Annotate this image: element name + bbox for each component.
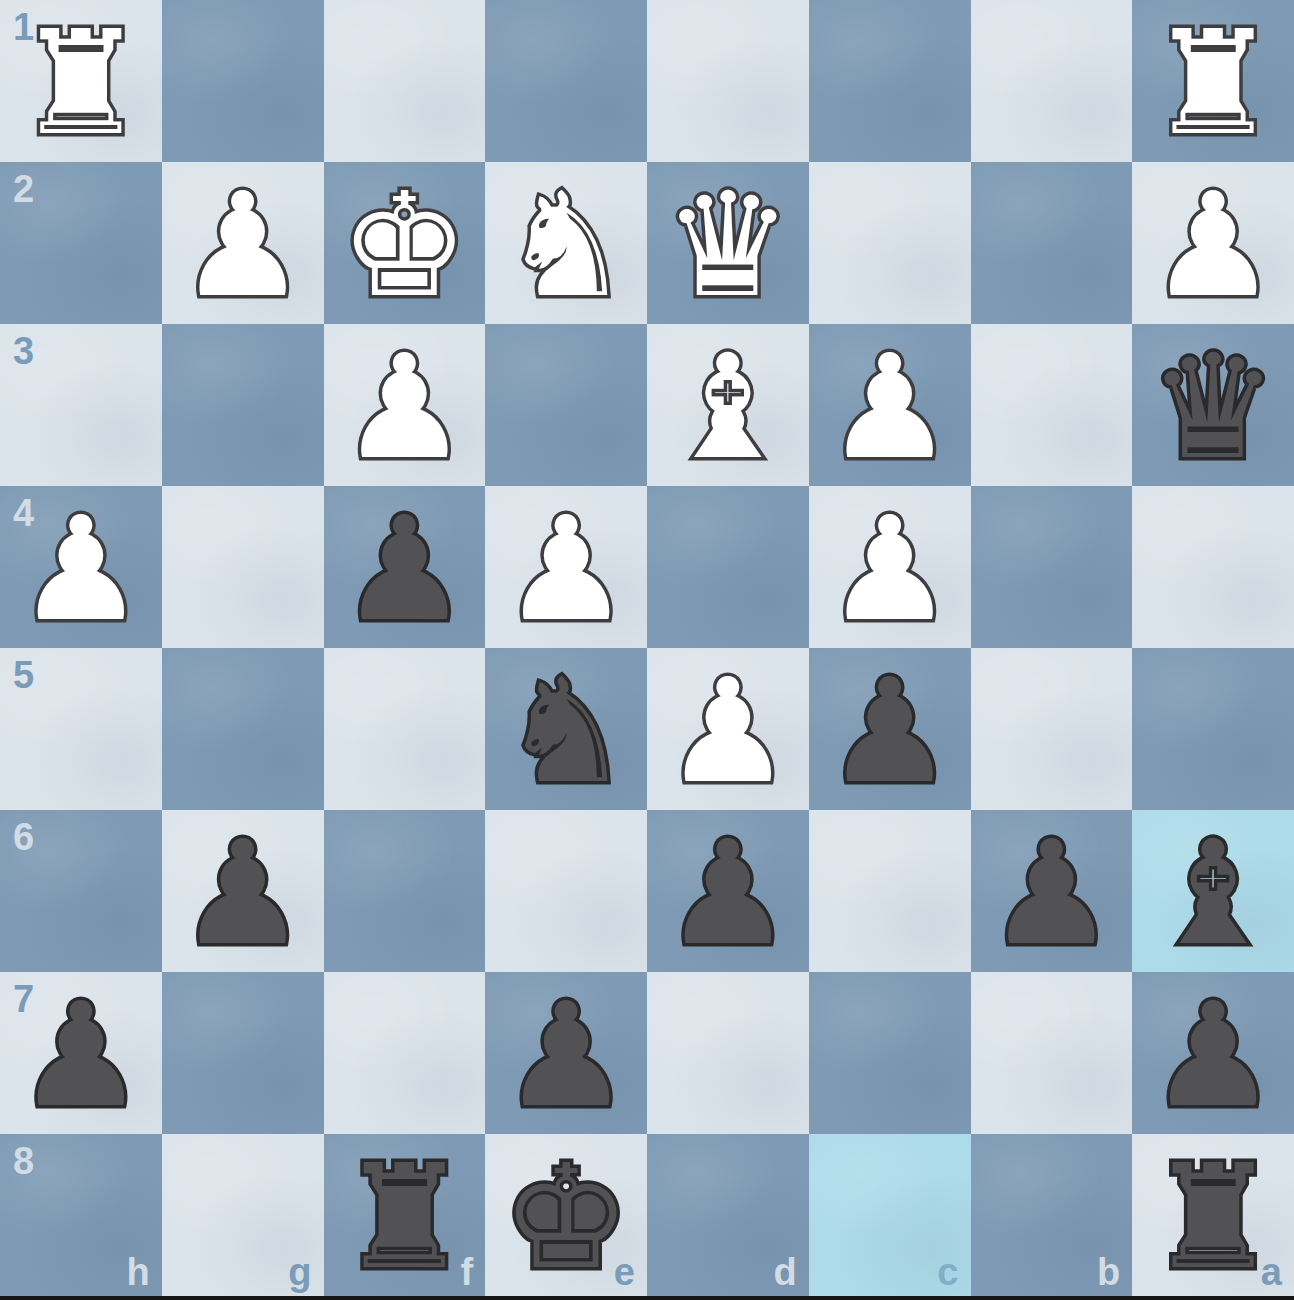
piece-white-king[interactable]: ♚ (340, 173, 469, 317)
window-bottom-edge (0, 1296, 1294, 1300)
square-e1[interactable] (485, 0, 647, 162)
file-label-c: c (937, 1251, 958, 1294)
square-d8[interactable]: d (647, 1134, 809, 1296)
square-h7[interactable]: 7♟ (0, 972, 162, 1134)
square-d2[interactable]: ♛ (647, 162, 809, 324)
square-e2[interactable]: ♞ (485, 162, 647, 324)
square-a4[interactable] (1132, 486, 1294, 648)
square-d7[interactable] (647, 972, 809, 1134)
square-b4[interactable] (971, 486, 1133, 648)
square-e3[interactable] (485, 324, 647, 486)
piece-black-rook[interactable]: ♜ (1149, 1145, 1278, 1289)
square-b7[interactable] (971, 972, 1133, 1134)
square-a2[interactable]: ♟ (1132, 162, 1294, 324)
square-c5[interactable]: ♟ (809, 648, 971, 810)
square-d5[interactable]: ♟ (647, 648, 809, 810)
piece-black-pawn[interactable]: ♟ (825, 659, 954, 803)
piece-black-pawn[interactable]: ♟ (1149, 983, 1278, 1127)
square-a1[interactable]: ♜ (1132, 0, 1294, 162)
square-g1[interactable] (162, 0, 324, 162)
piece-black-queen[interactable]: ♛ (1149, 335, 1278, 479)
square-f3[interactable]: ♟ (324, 324, 486, 486)
square-b3[interactable] (971, 324, 1133, 486)
square-d1[interactable] (647, 0, 809, 162)
square-e4[interactable]: ♟ (485, 486, 647, 648)
square-c7[interactable] (809, 972, 971, 1134)
piece-white-pawn[interactable]: ♟ (825, 497, 954, 641)
square-e8[interactable]: e♚ (485, 1134, 647, 1296)
piece-black-pawn[interactable]: ♟ (340, 497, 469, 641)
square-d6[interactable]: ♟ (647, 810, 809, 972)
file-label-d: d (774, 1251, 797, 1294)
square-b2[interactable] (971, 162, 1133, 324)
rank-label-2: 2 (13, 168, 34, 211)
square-h1[interactable]: 1♜ (0, 0, 162, 162)
square-h4[interactable]: 4♟ (0, 486, 162, 648)
square-h3[interactable]: 3 (0, 324, 162, 486)
rank-label-4: 4 (13, 492, 34, 535)
piece-white-pawn[interactable]: ♟ (825, 335, 954, 479)
piece-black-pawn[interactable]: ♟ (663, 821, 792, 965)
piece-white-queen[interactable]: ♛ (663, 173, 792, 317)
square-g6[interactable]: ♟ (162, 810, 324, 972)
square-c3[interactable]: ♟ (809, 324, 971, 486)
piece-black-bishop[interactable]: ♝ (1149, 821, 1278, 965)
square-a6[interactable]: ♝ (1132, 810, 1294, 972)
square-a5[interactable] (1132, 648, 1294, 810)
square-a3[interactable]: ♛ (1132, 324, 1294, 486)
square-b6[interactable]: ♟ (971, 810, 1133, 972)
piece-black-knight[interactable]: ♞ (502, 659, 631, 803)
piece-black-pawn[interactable]: ♟ (987, 821, 1116, 965)
square-c2[interactable] (809, 162, 971, 324)
square-e6[interactable] (485, 810, 647, 972)
square-b1[interactable] (971, 0, 1133, 162)
chess-board: 1♜♜2♟♚♞♛♟3♟♝♟♛4♟♟♟♟5♞♟♟6♟♟♟♝7♟♟♟8hgf♜e♚d… (0, 0, 1294, 1296)
file-label-a: a (1261, 1251, 1282, 1294)
piece-black-pawn[interactable]: ♟ (502, 983, 631, 1127)
square-f5[interactable] (324, 648, 486, 810)
square-d4[interactable] (647, 486, 809, 648)
file-label-b: b (1097, 1251, 1120, 1294)
piece-white-knight[interactable]: ♞ (502, 173, 631, 317)
piece-white-pawn[interactable]: ♟ (663, 659, 792, 803)
square-e7[interactable]: ♟ (485, 972, 647, 1134)
square-h2[interactable]: 2 (0, 162, 162, 324)
square-g2[interactable]: ♟ (162, 162, 324, 324)
rank-label-7: 7 (13, 978, 34, 1021)
piece-black-pawn[interactable]: ♟ (16, 983, 145, 1127)
square-f6[interactable] (324, 810, 486, 972)
square-f7[interactable] (324, 972, 486, 1134)
square-h8[interactable]: 8h (0, 1134, 162, 1296)
square-d3[interactable]: ♝ (647, 324, 809, 486)
square-b5[interactable] (971, 648, 1133, 810)
piece-white-pawn[interactable]: ♟ (340, 335, 469, 479)
square-f8[interactable]: f♜ (324, 1134, 486, 1296)
file-label-e: e (614, 1251, 635, 1294)
square-g3[interactable] (162, 324, 324, 486)
square-c6[interactable] (809, 810, 971, 972)
square-g7[interactable] (162, 972, 324, 1134)
piece-black-king[interactable]: ♚ (502, 1145, 631, 1289)
rank-label-8: 8 (13, 1140, 34, 1183)
file-label-g: g (288, 1251, 311, 1294)
piece-white-pawn[interactable]: ♟ (502, 497, 631, 641)
square-c8[interactable]: c (809, 1134, 971, 1296)
square-b8[interactable]: b (971, 1134, 1133, 1296)
square-c4[interactable]: ♟ (809, 486, 971, 648)
square-h5[interactable]: 5 (0, 648, 162, 810)
square-g8[interactable]: g (162, 1134, 324, 1296)
piece-white-rook[interactable]: ♜ (1149, 11, 1278, 155)
rank-label-5: 5 (13, 654, 34, 697)
piece-black-rook[interactable]: ♜ (340, 1145, 469, 1289)
square-f1[interactable] (324, 0, 486, 162)
piece-white-pawn[interactable]: ♟ (16, 497, 145, 641)
square-a7[interactable]: ♟ (1132, 972, 1294, 1134)
square-h6[interactable]: 6 (0, 810, 162, 972)
chess-app-window: 1♜♜2♟♚♞♛♟3♟♝♟♛4♟♟♟♟5♞♟♟6♟♟♟♝7♟♟♟8hgf♜e♚d… (0, 0, 1294, 1300)
file-label-f: f (461, 1251, 474, 1294)
square-f4[interactable]: ♟ (324, 486, 486, 648)
rank-label-6: 6 (13, 816, 34, 859)
square-c1[interactable] (809, 0, 971, 162)
piece-white-rook[interactable]: ♜ (16, 11, 145, 155)
piece-white-bishop[interactable]: ♝ (663, 335, 792, 479)
rank-label-3: 3 (13, 330, 34, 373)
piece-white-pawn[interactable]: ♟ (1149, 173, 1278, 317)
piece-black-pawn[interactable]: ♟ (178, 821, 307, 965)
square-g5[interactable] (162, 648, 324, 810)
square-f2[interactable]: ♚ (324, 162, 486, 324)
file-label-h: h (127, 1251, 150, 1294)
square-g4[interactable] (162, 486, 324, 648)
square-e5[interactable]: ♞ (485, 648, 647, 810)
piece-white-pawn[interactable]: ♟ (178, 173, 307, 317)
rank-label-1: 1 (13, 6, 34, 49)
square-a8[interactable]: a♜ (1132, 1134, 1294, 1296)
